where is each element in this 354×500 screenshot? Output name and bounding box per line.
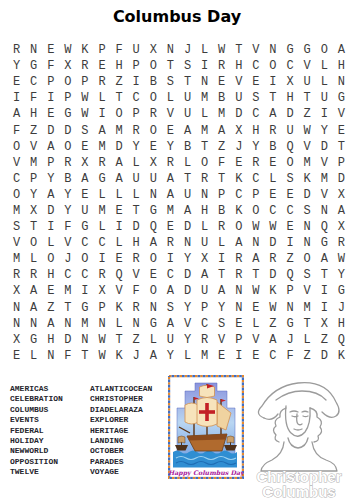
grid-cell: C: [128, 90, 145, 106]
grid-cell: Z: [264, 316, 281, 332]
grid-cell: C: [8, 171, 25, 187]
word-list-item: FEDERAL: [10, 426, 63, 436]
grid-cell: M: [93, 203, 110, 219]
grid-cell: O: [25, 235, 42, 251]
grid-cell: R: [162, 155, 179, 171]
grid-cell: A: [111, 171, 128, 187]
word-list-item: OCTOBER: [90, 446, 152, 456]
grid-cell: V: [299, 139, 316, 155]
grid-cell: R: [264, 122, 281, 138]
grid-cell: D: [316, 348, 333, 364]
grid-cell: U: [128, 171, 145, 187]
grid-cell: Y: [128, 139, 145, 155]
grid-cell: V: [213, 332, 230, 348]
grid-cell: Q: [282, 267, 299, 283]
portrait-caption-line2: Columbus: [262, 483, 335, 500]
grid-cell: N: [59, 316, 76, 332]
grid-cell: N: [196, 187, 213, 203]
grid-cell: Y: [179, 300, 196, 316]
grid-cell: T: [299, 316, 316, 332]
grid-cell: G: [333, 283, 350, 299]
word-list-item: HOLIDAY: [10, 436, 63, 446]
grid-cell: X: [316, 316, 333, 332]
grid-cell: J: [333, 300, 350, 316]
grid-cell: N: [230, 283, 247, 299]
grid-cell: M: [299, 155, 316, 171]
grid-cell: N: [282, 300, 299, 316]
word-list-item: TWELVE: [10, 467, 63, 477]
grid-cell: G: [282, 316, 299, 332]
grid-cell: E: [162, 122, 179, 138]
ship-illustration: Happy Columbus Day: [168, 375, 244, 479]
grid-cell: L: [145, 332, 162, 348]
grid-cell: A: [8, 106, 25, 122]
grid-cell: X: [333, 219, 350, 235]
grid-cell: A: [76, 171, 93, 187]
grid-cell: U: [76, 203, 93, 219]
grid-cell: X: [25, 203, 42, 219]
grid-cell: I: [162, 251, 179, 267]
grid-cell: S: [162, 74, 179, 90]
grid-cell: R: [247, 155, 264, 171]
grid-cell: S: [247, 90, 264, 106]
grid-cell: Y: [213, 300, 230, 316]
grid-cell: D: [42, 203, 59, 219]
grid-cell: K: [299, 171, 316, 187]
grid-cell: V: [25, 139, 42, 155]
grid-cell: L: [111, 316, 128, 332]
grid-cell: X: [145, 42, 162, 58]
grid-cell: L: [299, 332, 316, 348]
grid-cell: B: [213, 203, 230, 219]
grid-cell: G: [76, 300, 93, 316]
grid-cell: O: [145, 122, 162, 138]
grid-cell: Y: [179, 332, 196, 348]
grid-cell: T: [179, 74, 196, 90]
word-list-item: NEWWORLD: [10, 446, 63, 456]
grid-cell: A: [333, 203, 350, 219]
word-list-item: ATLANTICOCEAN: [90, 384, 152, 394]
grid-cell: U: [128, 42, 145, 58]
word-list-item: EVENTS: [10, 415, 63, 425]
grid-cell: L: [25, 251, 42, 267]
grid-cell: X: [8, 283, 25, 299]
grid-cell: T: [247, 267, 264, 283]
grid-cell: I: [128, 74, 145, 90]
grid-cell: P: [93, 42, 110, 58]
grid-cell: J: [59, 251, 76, 267]
grid-cell: E: [8, 74, 25, 90]
grid-cell: T: [111, 332, 128, 348]
grid-cell: N: [25, 316, 42, 332]
grid-cell: R: [59, 155, 76, 171]
grid-cell: V: [179, 316, 196, 332]
grid-cell: Y: [247, 139, 264, 155]
grid-cell: L: [316, 58, 333, 74]
grid-cell: U: [316, 90, 333, 106]
grid-cell: A: [179, 203, 196, 219]
grid-cell: R: [196, 171, 213, 187]
grid-cell: X: [93, 283, 110, 299]
grid-cell: N: [128, 316, 145, 332]
grid-cell: Q: [316, 219, 333, 235]
grid-cell: N: [76, 332, 93, 348]
grid-cell: Y: [59, 203, 76, 219]
grid-cell: U: [196, 235, 213, 251]
grid-cell: W: [213, 42, 230, 58]
grid-cell: L: [128, 187, 145, 203]
grid-cell: A: [162, 187, 179, 203]
grid-cell: Y: [162, 139, 179, 155]
grid-cell: V: [128, 267, 145, 283]
grid-cell: R: [333, 235, 350, 251]
grid-cell: D: [316, 139, 333, 155]
grid-cell: C: [59, 267, 76, 283]
grid-cell: L: [111, 235, 128, 251]
grid-cell: H: [333, 316, 350, 332]
grid-cell: T: [162, 58, 179, 74]
grid-cell: K: [111, 300, 128, 316]
grid-cell: T: [213, 267, 230, 283]
grid-cell: R: [213, 219, 230, 235]
grid-cell: O: [59, 74, 76, 90]
grid-cell: E: [93, 58, 110, 74]
grid-cell: I: [8, 90, 25, 106]
grid-cell: E: [247, 74, 264, 90]
grid-cell: P: [213, 187, 230, 203]
grid-cell: I: [42, 90, 59, 106]
grid-cell: R: [8, 42, 25, 58]
grid-cell: E: [111, 203, 128, 219]
grid-cell: V: [247, 332, 264, 348]
grid-cell: B: [264, 139, 281, 155]
grid-cell: O: [196, 155, 213, 171]
grid-cell: N: [162, 42, 179, 58]
grid-cell: U: [196, 283, 213, 299]
grid-cell: J: [128, 348, 145, 364]
grid-cell: N: [316, 203, 333, 219]
grid-cell: L: [196, 219, 213, 235]
grid-cell: D: [264, 235, 281, 251]
grid-cell: A: [264, 106, 281, 122]
grid-cell: E: [282, 187, 299, 203]
grid-cell: F: [128, 283, 145, 299]
grid-cell: R: [8, 267, 25, 283]
grid-cell: Q: [333, 332, 350, 348]
grid-cell: X: [8, 332, 25, 348]
word-list-item: EXPLORER: [90, 415, 152, 425]
grid-cell: I: [93, 251, 110, 267]
grid-cell: T: [333, 139, 350, 155]
grid-cell: N: [299, 235, 316, 251]
grid-cell: S: [282, 171, 299, 187]
grid-cell: V: [247, 42, 264, 58]
grid-cell: R: [93, 74, 110, 90]
grid-cell: S: [299, 203, 316, 219]
grid-cell: L: [247, 316, 264, 332]
grid-cell: L: [179, 155, 196, 171]
grid-cell: I: [316, 106, 333, 122]
grid-cell: W: [76, 106, 93, 122]
grid-cell: M: [8, 203, 25, 219]
grid-cell: T: [264, 90, 281, 106]
grid-cell: E: [42, 283, 59, 299]
grid-cell: I: [196, 58, 213, 74]
grid-cell: O: [59, 139, 76, 155]
grid-cell: G: [282, 42, 299, 58]
grid-cell: Z: [111, 74, 128, 90]
grid-cell: K: [333, 348, 350, 364]
grid-cell: A: [145, 235, 162, 251]
grid-cell: A: [42, 187, 59, 203]
grid-cell: R: [128, 251, 145, 267]
grid-cell: A: [230, 235, 247, 251]
grid-cell: H: [42, 267, 59, 283]
grid-cell: P: [196, 300, 213, 316]
grid-cell: O: [230, 219, 247, 235]
word-list-item: HERITAGE: [90, 426, 152, 436]
grid-cell: D: [128, 219, 145, 235]
grid-cell: T: [111, 90, 128, 106]
grid-cell: L: [196, 42, 213, 58]
grid-cell: T: [76, 348, 93, 364]
grid-cell: M: [196, 90, 213, 106]
grid-cell: E: [42, 42, 59, 58]
grid-cell: M: [316, 171, 333, 187]
grid-cell: P: [230, 332, 247, 348]
grid-cell: D: [59, 122, 76, 138]
grid-cell: I: [42, 219, 59, 235]
grid-cell: V: [59, 235, 76, 251]
grid-cell: Y: [316, 122, 333, 138]
grid-cell: D: [179, 283, 196, 299]
grid-cell: Z: [282, 251, 299, 267]
grid-cell: E: [111, 251, 128, 267]
grid-cell: V: [316, 187, 333, 203]
grid-cell: G: [145, 203, 162, 219]
grid-cell: U: [230, 90, 247, 106]
grid-cell: E: [247, 300, 264, 316]
grid-cell: S: [76, 122, 93, 138]
grid-cell: W: [264, 219, 281, 235]
grid-cell: X: [333, 187, 350, 203]
grid-cell: O: [145, 58, 162, 74]
grid-cell: N: [8, 316, 25, 332]
grid-cell: W: [93, 332, 110, 348]
word-list-column-2: ATLANTICOCEANCHRISTOPHERDIADELARAZAEXPLO…: [90, 384, 152, 478]
grid-cell: Q: [111, 267, 128, 283]
shoulders: [261, 442, 337, 471]
grid-cell: Z: [25, 122, 42, 138]
grid-cell: L: [25, 348, 42, 364]
grid-cell: A: [316, 251, 333, 267]
grid-cell: R: [145, 106, 162, 122]
grid-cell: A: [213, 122, 230, 138]
grid-cell: C: [282, 58, 299, 74]
grid-cell: A: [25, 300, 42, 316]
grid-cell: H: [230, 58, 247, 74]
grid-cell: U: [162, 332, 179, 348]
grid-cell: W: [76, 90, 93, 106]
grid-cell: E: [76, 139, 93, 155]
grid-cell: Y: [42, 171, 59, 187]
grid-cell: N: [25, 42, 42, 58]
grid-cell: L: [42, 235, 59, 251]
grid-cell: D: [59, 332, 76, 348]
grid-cell: F: [213, 155, 230, 171]
grid-cell: A: [179, 122, 196, 138]
grid-cell: L: [264, 171, 281, 187]
grid-cell: L: [93, 219, 110, 235]
grid-cell: J: [230, 139, 247, 155]
grid-cell: F: [59, 219, 76, 235]
grid-cell: M: [111, 122, 128, 138]
grid-cell: Y: [162, 348, 179, 364]
grid-cell: O: [282, 155, 299, 171]
grid-cell: N: [93, 316, 110, 332]
grid-cell: W: [59, 42, 76, 58]
grid-cell: E: [42, 106, 59, 122]
grid-cell: P: [128, 106, 145, 122]
word-list-column-1: AMERICASCELEBRATIONCOLUMBUSEVENTSFEDERAL…: [10, 384, 63, 478]
grid-cell: A: [196, 267, 213, 283]
letter-grid: RNEWKPFUXNJLWTVNGGOAYGFXREHPOTSIRHCOCVLH…: [8, 42, 350, 364]
grid-cell: A: [162, 316, 179, 332]
grid-cell: M: [196, 348, 213, 364]
grid-cell: Z: [213, 139, 230, 155]
grid-cell: K: [264, 283, 281, 299]
grid-cell: O: [111, 106, 128, 122]
grid-cell: G: [316, 235, 333, 251]
grid-cell: L: [111, 187, 128, 203]
grid-cell: L: [179, 348, 196, 364]
grid-cell: N: [196, 74, 213, 90]
grid-cell: O: [316, 42, 333, 58]
grid-cell: C: [264, 348, 281, 364]
grid-cell: P: [282, 283, 299, 299]
grid-cell: I: [111, 219, 128, 235]
grid-cell: D: [179, 267, 196, 283]
grid-cell: U: [145, 171, 162, 187]
grid-cell: G: [299, 42, 316, 58]
grid-cell: Y: [333, 267, 350, 283]
grid-cell: K: [230, 203, 247, 219]
grid-cell: A: [111, 155, 128, 171]
grid-cell: R: [128, 122, 145, 138]
grid-cell: O: [299, 251, 316, 267]
word-list-item: OPPOSITION: [10, 457, 63, 467]
grid-cell: I: [264, 74, 281, 90]
grid-cell: M: [8, 251, 25, 267]
grid-cell: W: [299, 122, 316, 138]
grid-cell: P: [42, 74, 59, 90]
grid-cell: E: [264, 187, 281, 203]
grid-cell: L: [213, 235, 230, 251]
grid-cell: X: [76, 155, 93, 171]
grid-cell: R: [230, 251, 247, 267]
page-title: Columbus Day: [0, 7, 354, 26]
grid-cell: N: [230, 300, 247, 316]
grid-cell: O: [76, 251, 93, 267]
grid-cell: G: [25, 332, 42, 348]
grid-cell: C: [162, 267, 179, 283]
grid-cell: C: [76, 235, 93, 251]
grid-cell: P: [333, 155, 350, 171]
grid-cell: W: [247, 219, 264, 235]
grid-cell: D: [282, 106, 299, 122]
face: [286, 406, 311, 436]
grid-cell: M: [93, 139, 110, 155]
grid-cell: M: [59, 283, 76, 299]
ship-caption: Happy Columbus Day: [168, 469, 244, 477]
grid-cell: A: [333, 42, 350, 58]
grid-cell: A: [42, 139, 59, 155]
grid-cell: E: [230, 155, 247, 171]
word-list-item: VOYAGE: [90, 467, 152, 477]
grid-cell: Y: [59, 187, 76, 203]
hair-right: [310, 408, 322, 442]
grid-cell: G: [76, 219, 93, 235]
grid-cell: B: [59, 171, 76, 187]
grid-cell: A: [162, 171, 179, 187]
grid-cell: I: [76, 283, 93, 299]
grid-cell: A: [264, 332, 281, 348]
grid-cell: M: [25, 155, 42, 171]
grid-cell: V: [8, 155, 25, 171]
grid-cell: F: [111, 42, 128, 58]
grid-cell: Z: [299, 106, 316, 122]
grid-cell: N: [299, 219, 316, 235]
grid-cell: E: [264, 155, 281, 171]
grid-cell: M: [196, 122, 213, 138]
grid-cell: K: [76, 42, 93, 58]
grid-cell: V: [299, 283, 316, 299]
grid-cell: B: [179, 139, 196, 155]
grid-cell: T: [299, 90, 316, 106]
grid-cell: T: [128, 203, 145, 219]
grid-cell: V: [230, 74, 247, 90]
grid-cell: X: [196, 251, 213, 267]
word-list-item: AMERICAS: [10, 384, 63, 394]
grid-cell: N: [179, 235, 196, 251]
grid-cell: X: [145, 155, 162, 171]
grid-cell: W: [264, 300, 281, 316]
grid-cell: L: [316, 74, 333, 90]
grid-cell: S: [179, 58, 196, 74]
grid-cell: L: [128, 155, 145, 171]
grid-cell: V: [299, 58, 316, 74]
grid-cell: T: [59, 300, 76, 316]
grid-cell: R: [196, 332, 213, 348]
grid-cell: U: [299, 74, 316, 90]
grid-cell: O: [145, 90, 162, 106]
ship-card: Happy Columbus Day: [168, 375, 244, 483]
grid-cell: F: [282, 348, 299, 364]
grid-cell: D: [333, 171, 350, 187]
grid-cell: H: [333, 58, 350, 74]
grid-cell: S: [299, 267, 316, 283]
grid-cell: P: [42, 155, 59, 171]
grid-cell: R: [93, 155, 110, 171]
grid-cell: C: [93, 235, 110, 251]
grid-cell: V: [162, 106, 179, 122]
grid-cell: F: [8, 122, 25, 138]
grid-cell: C: [282, 203, 299, 219]
grid-cell: G: [333, 90, 350, 106]
grid-cell: A: [162, 283, 179, 299]
grid-cell: J: [179, 42, 196, 58]
grid-cell: Z: [128, 332, 145, 348]
